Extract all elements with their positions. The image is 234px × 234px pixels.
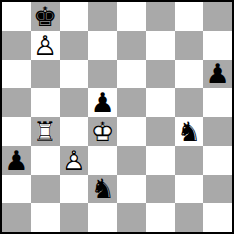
square-g1[interactable] — [175, 203, 204, 232]
square-c8[interactable] — [60, 2, 89, 31]
square-d5[interactable]: ♟ — [88, 88, 117, 117]
square-h6[interactable]: ♟ — [203, 60, 232, 89]
square-c2[interactable] — [60, 175, 89, 204]
square-d6[interactable] — [88, 60, 117, 89]
square-h5[interactable] — [203, 88, 232, 117]
square-g6[interactable] — [175, 60, 204, 89]
white-pawn-outline: ♙ — [60, 146, 89, 175]
square-c3[interactable]: ♟♙ — [60, 146, 89, 175]
square-b5[interactable] — [31, 88, 60, 117]
black-king: ♚ — [31, 2, 60, 31]
square-b2[interactable] — [31, 175, 60, 204]
white-rook: ♜ — [31, 117, 60, 146]
square-e3[interactable] — [117, 146, 146, 175]
square-e8[interactable] — [117, 2, 146, 31]
square-g2[interactable] — [175, 175, 204, 204]
white-pawn: ♟ — [60, 146, 89, 175]
square-h8[interactable] — [203, 2, 232, 31]
square-d4[interactable]: ♚♔ — [88, 117, 117, 146]
square-e7[interactable] — [117, 31, 146, 60]
square-b3[interactable] — [31, 146, 60, 175]
square-f2[interactable] — [146, 175, 175, 204]
square-b8[interactable]: ♚ — [31, 2, 60, 31]
black-knight: ♞ — [88, 175, 117, 204]
square-c7[interactable] — [60, 31, 89, 60]
square-e6[interactable] — [117, 60, 146, 89]
square-f3[interactable] — [146, 146, 175, 175]
square-g3[interactable] — [175, 146, 204, 175]
square-c4[interactable] — [60, 117, 89, 146]
square-d8[interactable] — [88, 2, 117, 31]
square-h2[interactable] — [203, 175, 232, 204]
square-b7[interactable]: ♟♙ — [31, 31, 60, 60]
black-knight: ♞ — [175, 117, 204, 146]
square-c5[interactable] — [60, 88, 89, 117]
square-a3[interactable]: ♟ — [2, 146, 31, 175]
square-a8[interactable] — [2, 2, 31, 31]
black-pawn: ♟ — [88, 88, 117, 117]
black-pawn: ♟ — [203, 60, 232, 89]
white-king: ♚ — [88, 117, 117, 146]
square-a6[interactable] — [2, 60, 31, 89]
white-pawn-outline: ♙ — [31, 31, 60, 60]
square-g8[interactable] — [175, 2, 204, 31]
square-h4[interactable] — [203, 117, 232, 146]
square-h3[interactable] — [203, 146, 232, 175]
square-d2[interactable]: ♞ — [88, 175, 117, 204]
square-b1[interactable] — [31, 203, 60, 232]
chess-board: ♚♟♙♟♟♜♖♚♔♞♟♟♙♞ — [0, 0, 234, 234]
square-f7[interactable] — [146, 31, 175, 60]
square-d1[interactable] — [88, 203, 117, 232]
square-a2[interactable] — [2, 175, 31, 204]
square-e2[interactable] — [117, 175, 146, 204]
square-c6[interactable] — [60, 60, 89, 89]
black-pawn: ♟ — [2, 146, 31, 175]
square-e1[interactable] — [117, 203, 146, 232]
square-a4[interactable] — [2, 117, 31, 146]
square-h7[interactable] — [203, 31, 232, 60]
square-f6[interactable] — [146, 60, 175, 89]
square-a7[interactable] — [2, 31, 31, 60]
white-king-outline: ♔ — [88, 117, 117, 146]
square-b6[interactable] — [31, 60, 60, 89]
square-f8[interactable] — [146, 2, 175, 31]
square-d3[interactable] — [88, 146, 117, 175]
square-a5[interactable] — [2, 88, 31, 117]
square-b4[interactable]: ♜♖ — [31, 117, 60, 146]
square-a1[interactable] — [2, 203, 31, 232]
square-f4[interactable] — [146, 117, 175, 146]
square-g5[interactable] — [175, 88, 204, 117]
square-g4[interactable]: ♞ — [175, 117, 204, 146]
square-e4[interactable] — [117, 117, 146, 146]
white-rook-outline: ♖ — [31, 117, 60, 146]
square-d7[interactable] — [88, 31, 117, 60]
square-c1[interactable] — [60, 203, 89, 232]
square-h1[interactable] — [203, 203, 232, 232]
square-f5[interactable] — [146, 88, 175, 117]
white-pawn: ♟ — [31, 31, 60, 60]
square-f1[interactable] — [146, 203, 175, 232]
square-g7[interactable] — [175, 31, 204, 60]
square-e5[interactable] — [117, 88, 146, 117]
